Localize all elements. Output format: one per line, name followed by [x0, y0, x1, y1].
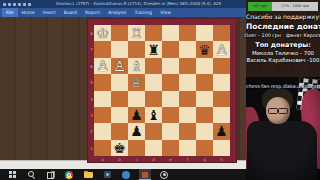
file-label: a [101, 157, 105, 162]
square-a1[interactable] [94, 140, 111, 156]
titlebar-glyph[interactable] [8, 3, 11, 6]
piece-black-pawn: ♟ [215, 124, 228, 138]
file-explorer-icon[interactable] [82, 169, 94, 180]
task-view-icon-glyph [46, 170, 55, 179]
progress-filled: 107 грн [248, 2, 272, 11]
file-explorer-icon-glyph [84, 170, 93, 179]
square-b4[interactable] [111, 91, 128, 107]
chrome-icon[interactable] [63, 169, 75, 180]
file-label: h [220, 157, 224, 162]
titlebar-glyph[interactable] [13, 3, 16, 6]
chrome-icon-glyph [65, 170, 74, 179]
square-e6[interactable] [162, 58, 179, 74]
menu-item-board[interactable]: Board [60, 8, 81, 17]
square-b1[interactable]: ♚ [111, 140, 128, 156]
menu-item-insert[interactable]: Insert [39, 8, 60, 17]
donation-progress-bar: 107 грн 27% - 1000 грн [248, 2, 318, 11]
skype-icon[interactable] [120, 169, 132, 180]
square-d4[interactable] [145, 91, 162, 107]
square-g4[interactable] [196, 91, 213, 107]
square-g2[interactable] [196, 123, 213, 139]
square-f8[interactable] [179, 25, 196, 41]
square-f3[interactable] [179, 107, 196, 123]
square-d1[interactable] [145, 140, 162, 156]
square-d8[interactable] [145, 25, 162, 41]
square-a6[interactable]: ♙ [94, 58, 111, 74]
piece-black-queen: ♛ [198, 43, 211, 57]
square-g8[interactable] [196, 25, 213, 41]
menu-item-report[interactable]: Report [81, 8, 104, 17]
square-f4[interactable] [179, 91, 196, 107]
square-e7[interactable] [162, 41, 179, 57]
square-e3[interactable] [162, 107, 179, 123]
square-a8[interactable]: ♔ [94, 25, 111, 41]
file-label: e [169, 157, 173, 162]
square-d7[interactable]: ♜ [145, 41, 162, 57]
menu-item-view[interactable]: View [156, 8, 175, 17]
search-icon[interactable] [25, 169, 37, 180]
square-h6[interactable] [213, 58, 230, 74]
menu-bar: FileHomeInsertBoardReportAnalysisTrainin… [0, 8, 246, 17]
file-label: f [186, 157, 190, 162]
start-icon-glyph [8, 170, 17, 179]
menu-item-training[interactable]: Training [130, 8, 156, 17]
piece-white-queen: ♕ [130, 75, 143, 89]
camera-icon-glyph [103, 170, 112, 179]
piece-white-pawn: ♙ [96, 59, 109, 73]
top-donors-list: Микола Теличко - 700 Василь Карабанович … [246, 50, 320, 64]
square-g6[interactable] [196, 58, 213, 74]
rank-label: 1 [90, 146, 94, 151]
square-a3[interactable] [94, 107, 111, 123]
webcam-vignette [246, 77, 320, 180]
donor-row: Василь Карабанович -100 [246, 57, 320, 64]
thanks-text: Спасибо за поддержку! [246, 13, 320, 20]
obs-icon-glyph [160, 170, 169, 179]
square-h3[interactable] [213, 107, 230, 123]
rank-label: 7 [90, 47, 94, 52]
piece-black-pawn: ♟ [130, 108, 143, 122]
board-grid: ♔♖♜♛♙♙♙♗♕♟♝♟♟♚ [94, 25, 230, 156]
square-h7[interactable]: ♙ [213, 41, 230, 57]
latest-donation-note: фанат Карлса [286, 33, 320, 38]
square-f5[interactable] [179, 74, 196, 90]
progress-remaining: 27% - 1000 грн [272, 2, 318, 11]
search-icon-glyph [27, 170, 36, 179]
square-d6[interactable] [145, 58, 162, 74]
square-h2[interactable]: ♟ [213, 123, 230, 139]
titlebar-glyph[interactable] [23, 3, 26, 6]
chessbase-icon-glyph [141, 170, 150, 179]
square-b6[interactable]: ♙ [111, 58, 128, 74]
square-a2[interactable] [94, 123, 111, 139]
menu-item-home[interactable]: Home [18, 8, 39, 17]
square-b2[interactable] [111, 123, 128, 139]
piece-white-rook: ♖ [130, 26, 143, 40]
menu-item-file[interactable]: File [2, 8, 18, 17]
chessbase-icon[interactable] [139, 169, 151, 180]
piece-black-king: ♚ [113, 141, 126, 155]
square-c4[interactable] [128, 91, 145, 107]
square-h1[interactable] [213, 140, 230, 156]
square-e5[interactable] [162, 74, 179, 90]
window-title: Aronian,L (2757) - Kasimdzhanov,R (2714)… [31, 0, 246, 8]
rank-label: 5 [90, 80, 94, 85]
square-b7[interactable] [111, 41, 128, 57]
file-label: b [118, 157, 122, 162]
quick-access-toolbar[interactable] [3, 3, 31, 6]
piece-black-rook: ♜ [147, 43, 160, 57]
square-d5[interactable] [145, 74, 162, 90]
donation-url: chess-fan-resp.diaka.ua/donate [246, 84, 320, 89]
square-g1[interactable] [196, 140, 213, 156]
square-f7[interactable] [179, 41, 196, 57]
camera-icon[interactable] [101, 169, 113, 180]
latest-donation: Олег - 100 грн [245, 33, 281, 38]
titlebar-glyph[interactable] [3, 3, 6, 6]
skype-icon-glyph [122, 170, 131, 179]
donor-row: Микола Теличко - 700 [246, 50, 320, 57]
piece-white-pawn: ♙ [113, 59, 126, 73]
piece-white-bishop: ♗ [130, 59, 143, 73]
task-view-icon[interactable] [44, 169, 56, 180]
webcam-view [246, 77, 320, 180]
square-e1[interactable] [162, 140, 179, 156]
screen: Aronian,L (2757) - Kasimdzhanov,R (2714)… [0, 0, 320, 180]
square-g7[interactable]: ♛ [196, 41, 213, 57]
square-a7[interactable] [94, 41, 111, 57]
square-d3[interactable]: ♝ [145, 107, 162, 123]
stream-overlay: 107 грн 27% - 1000 грн Спасибо за поддер… [246, 0, 320, 180]
square-c7[interactable] [128, 41, 145, 57]
square-h5[interactable] [213, 74, 230, 90]
window-titlebar: Aronian,L (2757) - Kasimdzhanov,R (2714)… [0, 0, 246, 8]
start-icon[interactable] [6, 169, 18, 180]
square-h8[interactable] [213, 25, 230, 41]
square-c3[interactable]: ♟ [128, 107, 145, 123]
square-e2[interactable] [162, 123, 179, 139]
piece-white-pawn: ♙ [215, 43, 228, 57]
square-b3[interactable] [111, 107, 128, 123]
latest-donations-title: Последние донаты: [246, 22, 320, 31]
rank-label: 2 [90, 129, 94, 134]
square-f2[interactable] [179, 123, 196, 139]
piece-white-king: ♔ [96, 26, 109, 40]
square-c2[interactable]: ♟ [128, 123, 145, 139]
file-label: d [152, 157, 156, 162]
square-b5[interactable] [111, 74, 128, 90]
square-a5[interactable] [94, 74, 111, 90]
latest-donation-row: Олег - 100 грн фанат Карлса [246, 33, 320, 38]
menu-item-analysis[interactable]: Analysis [104, 8, 131, 17]
titlebar-glyph[interactable] [18, 3, 21, 6]
square-c1[interactable] [128, 140, 145, 156]
square-e8[interactable] [162, 25, 179, 41]
square-c8[interactable]: ♖ [128, 25, 145, 41]
square-c6[interactable]: ♗ [128, 58, 145, 74]
rank-label: 4 [90, 97, 94, 102]
chess-board: ♔♖♜♛♙♙♙♗♕♟♝♟♟♚ 87654321abcdefgh [88, 19, 236, 162]
piece-black-pawn: ♟ [130, 124, 143, 138]
square-g3[interactable] [196, 107, 213, 123]
square-f1[interactable] [179, 140, 196, 156]
square-b8[interactable] [111, 25, 128, 41]
top-donors-title: Топ донатеры: [246, 41, 320, 49]
file-label: g [203, 157, 207, 162]
square-a4[interactable] [94, 91, 111, 107]
obs-icon[interactable] [158, 169, 170, 180]
square-d2[interactable] [145, 123, 162, 139]
rank-label: 6 [90, 64, 94, 69]
square-e4[interactable] [162, 91, 179, 107]
file-label: c [135, 157, 139, 162]
taskbar [0, 169, 246, 180]
square-c5[interactable]: ♕ [128, 74, 145, 90]
square-h4[interactable] [213, 91, 230, 107]
square-f6[interactable] [179, 58, 196, 74]
rank-label: 8 [90, 31, 94, 36]
piece-black-bishop: ♝ [147, 108, 160, 122]
square-g5[interactable] [196, 74, 213, 90]
rank-label: 3 [90, 113, 94, 118]
